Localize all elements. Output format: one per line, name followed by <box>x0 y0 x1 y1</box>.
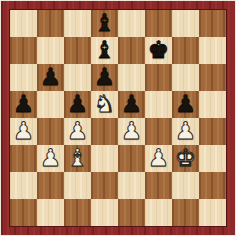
square-c7[interactable] <box>64 37 91 64</box>
square-h7[interactable] <box>199 37 226 64</box>
square-h1[interactable] <box>199 199 226 226</box>
square-c1[interactable] <box>64 199 91 226</box>
square-g4[interactable]: ♟ <box>172 118 199 145</box>
square-c3[interactable]: ♝ <box>64 145 91 172</box>
square-c2[interactable] <box>64 172 91 199</box>
square-g5[interactable]: ♟ <box>172 91 199 118</box>
square-a6[interactable] <box>10 64 37 91</box>
square-h2[interactable] <box>199 172 226 199</box>
square-f1[interactable] <box>145 199 172 226</box>
piece-black-pawn[interactable]: ♟ <box>91 64 118 91</box>
square-a8[interactable] <box>10 10 37 37</box>
square-a3[interactable] <box>10 145 37 172</box>
square-d5[interactable]: ♞ <box>91 91 118 118</box>
square-b8[interactable] <box>37 10 64 37</box>
square-b6[interactable]: ♟ <box>37 64 64 91</box>
piece-black-pawn[interactable]: ♟ <box>10 91 37 118</box>
square-b5[interactable] <box>37 91 64 118</box>
square-g6[interactable] <box>172 64 199 91</box>
square-f4[interactable] <box>145 118 172 145</box>
square-f6[interactable] <box>145 64 172 91</box>
piece-black-king[interactable]: ♚ <box>145 37 172 64</box>
square-a4[interactable]: ♟ <box>10 118 37 145</box>
piece-white-pawn[interactable]: ♟ <box>145 145 172 172</box>
square-e1[interactable] <box>118 199 145 226</box>
piece-black-bishop[interactable]: ♝ <box>91 37 118 64</box>
square-g7[interactable] <box>172 37 199 64</box>
square-c6[interactable] <box>64 64 91 91</box>
square-e2[interactable] <box>118 172 145 199</box>
piece-white-pawn[interactable]: ♟ <box>10 118 37 145</box>
square-b1[interactable] <box>37 199 64 226</box>
square-a7[interactable] <box>10 37 37 64</box>
piece-white-pawn[interactable]: ♟ <box>172 118 199 145</box>
square-g2[interactable] <box>172 172 199 199</box>
square-b2[interactable] <box>37 172 64 199</box>
square-e6[interactable] <box>118 64 145 91</box>
square-e3[interactable] <box>118 145 145 172</box>
piece-black-pawn[interactable]: ♟ <box>37 64 64 91</box>
piece-black-bishop[interactable]: ♝ <box>91 10 118 37</box>
square-a5[interactable]: ♟ <box>10 91 37 118</box>
square-h8[interactable] <box>199 10 226 37</box>
square-g3[interactable]: ♚ <box>172 145 199 172</box>
square-d7[interactable]: ♝ <box>91 37 118 64</box>
piece-white-knight[interactable]: ♞ <box>91 91 118 118</box>
square-f2[interactable] <box>145 172 172 199</box>
square-d2[interactable] <box>91 172 118 199</box>
square-e7[interactable] <box>118 37 145 64</box>
square-e8[interactable] <box>118 10 145 37</box>
square-b7[interactable] <box>37 37 64 64</box>
square-g8[interactable] <box>172 10 199 37</box>
chess-board: ♝♝♚♟♟♟♟♞♟♟♟♟♟♟♟♝♟♚ <box>10 10 226 226</box>
square-h5[interactable] <box>199 91 226 118</box>
square-c8[interactable] <box>64 10 91 37</box>
square-d3[interactable] <box>91 145 118 172</box>
piece-white-pawn[interactable]: ♟ <box>118 118 145 145</box>
square-h6[interactable] <box>199 64 226 91</box>
board-frame: ♝♝♚♟♟♟♟♞♟♟♟♟♟♟♟♝♟♚ <box>0 0 236 236</box>
square-d1[interactable] <box>91 199 118 226</box>
piece-black-pawn[interactable]: ♟ <box>172 91 199 118</box>
square-d8[interactable]: ♝ <box>91 10 118 37</box>
square-h3[interactable] <box>199 145 226 172</box>
piece-black-pawn[interactable]: ♟ <box>118 91 145 118</box>
square-a1[interactable] <box>10 199 37 226</box>
square-e4[interactable]: ♟ <box>118 118 145 145</box>
square-f7[interactable]: ♚ <box>145 37 172 64</box>
piece-white-bishop[interactable]: ♝ <box>64 145 91 172</box>
square-b3[interactable]: ♟ <box>37 145 64 172</box>
piece-white-pawn[interactable]: ♟ <box>64 118 91 145</box>
square-h4[interactable] <box>199 118 226 145</box>
square-f3[interactable]: ♟ <box>145 145 172 172</box>
square-d4[interactable] <box>91 118 118 145</box>
square-b4[interactable] <box>37 118 64 145</box>
piece-white-pawn[interactable]: ♟ <box>37 145 64 172</box>
piece-white-king[interactable]: ♚ <box>172 145 199 172</box>
square-a2[interactable] <box>10 172 37 199</box>
square-f5[interactable] <box>145 91 172 118</box>
square-c4[interactable]: ♟ <box>64 118 91 145</box>
square-e5[interactable]: ♟ <box>118 91 145 118</box>
square-d6[interactable]: ♟ <box>91 64 118 91</box>
piece-black-pawn[interactable]: ♟ <box>64 91 91 118</box>
square-g1[interactable] <box>172 199 199 226</box>
square-c5[interactable]: ♟ <box>64 91 91 118</box>
square-f8[interactable] <box>145 10 172 37</box>
